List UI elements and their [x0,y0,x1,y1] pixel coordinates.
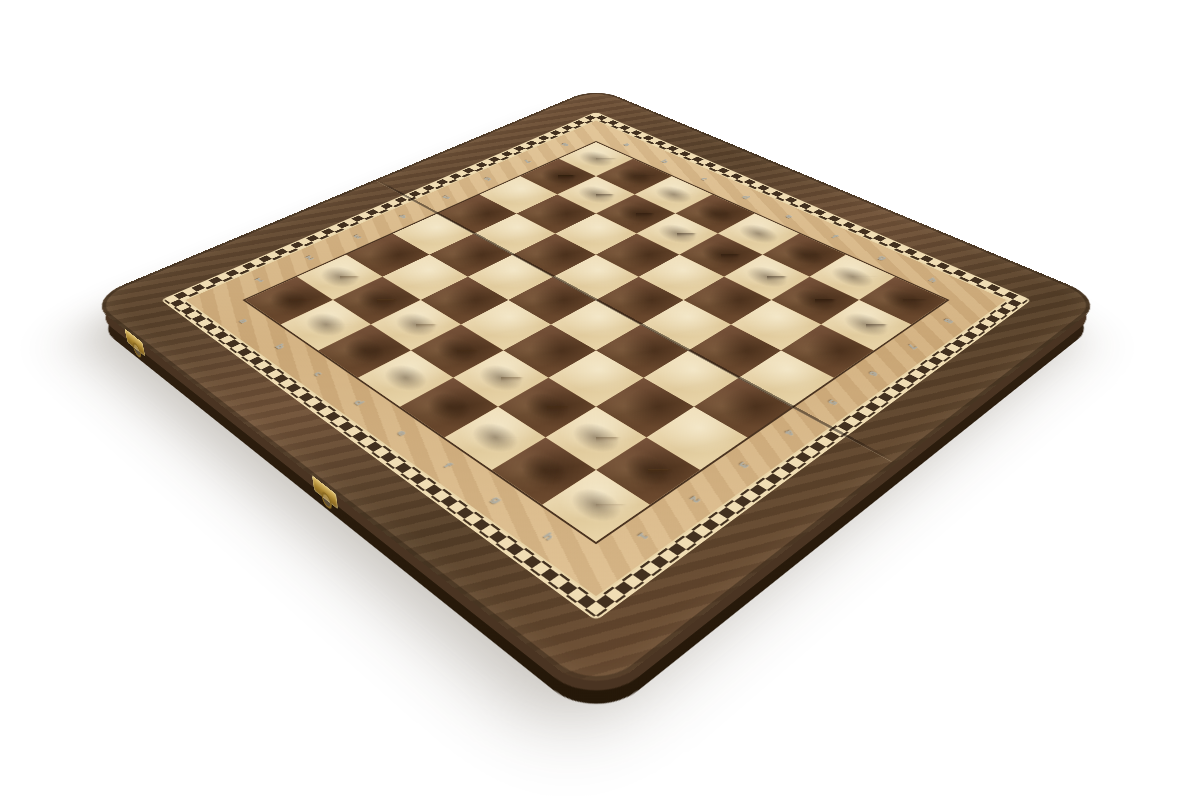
chess-board: ♜♞♝♛♚♝♞♜♟♟♟♟♟♟♟♟♟♟♟♟♟♟♟♟♜♞♝♛♚♝♞♜ aabbccd… [87,88,1105,699]
product-photo-scene: ♜♞♝♛♚♝♞♜♟♟♟♟♟♟♟♟♟♟♟♟♟♟♟♟♜♞♝♛♚♝♞♜ aabbccd… [0,0,1192,800]
piece-black-pawn: ♟ [654,188,701,240]
piece-black-pawn: ♟ [742,229,791,284]
board-top-face: ♜♞♝♛♚♝♞♜♟♟♟♟♟♟♟♟♟♟♟♟♟♟♟♟♜♞♝♛♚♝♞♜ aabbccd… [87,88,1105,699]
piece-black-pawn: ♟ [790,251,840,307]
piece-black-pawn: ♟ [574,151,618,201]
piece-black-pawn: ♟ [613,169,658,220]
piece-white-rook: ♜ [556,425,635,513]
piece-black-pawn: ♟ [840,274,892,332]
piece-black-pawn: ♟ [697,208,745,261]
